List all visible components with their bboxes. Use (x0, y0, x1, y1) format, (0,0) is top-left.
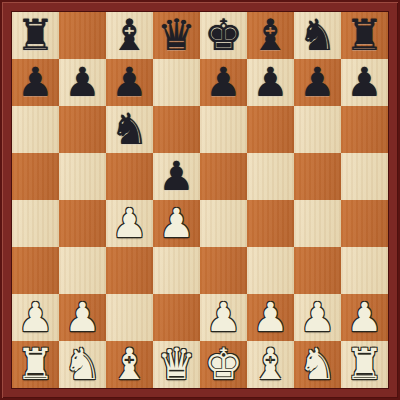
square-f3[interactable] (247, 247, 294, 294)
black-pawn-piece[interactable]: ♟ (206, 59, 242, 106)
square-c1[interactable]: ♝ (106, 341, 153, 388)
white-king-piece[interactable]: ♚ (204, 341, 243, 388)
square-b3[interactable] (59, 247, 106, 294)
black-knight-piece[interactable]: ♞ (110, 106, 149, 153)
white-rook-piece[interactable]: ♜ (345, 341, 384, 388)
square-e6[interactable] (200, 106, 247, 153)
square-c8[interactable]: ♝ (106, 12, 153, 59)
square-b2[interactable]: ♟ (59, 294, 106, 341)
black-king-piece[interactable]: ♚ (204, 12, 243, 59)
square-b1[interactable]: ♞ (59, 341, 106, 388)
black-rook-piece[interactable]: ♜ (16, 12, 55, 59)
white-knight-piece[interactable]: ♞ (298, 341, 337, 388)
chess-board: ♜♝♛♚♝♞♜♟♟♟♟♟♟♟♞♟♟♟♟♟♟♟♟♟♜♞♝♛♚♝♞♜ (12, 12, 388, 388)
square-g8[interactable]: ♞ (294, 12, 341, 59)
square-d6[interactable] (153, 106, 200, 153)
square-a5[interactable] (12, 153, 59, 200)
black-pawn-piece[interactable]: ♟ (112, 59, 148, 106)
white-pawn-piece[interactable]: ♟ (159, 200, 195, 247)
square-c3[interactable] (106, 247, 153, 294)
square-g7[interactable]: ♟ (294, 59, 341, 106)
square-b7[interactable]: ♟ (59, 59, 106, 106)
black-bishop-piece[interactable]: ♝ (110, 12, 149, 59)
square-h7[interactable]: ♟ (341, 59, 388, 106)
square-a6[interactable] (12, 106, 59, 153)
square-g3[interactable] (294, 247, 341, 294)
square-c6[interactable]: ♞ (106, 106, 153, 153)
black-pawn-piece[interactable]: ♟ (253, 59, 289, 106)
square-b6[interactable] (59, 106, 106, 153)
white-queen-piece[interactable]: ♛ (157, 341, 196, 388)
square-e3[interactable] (200, 247, 247, 294)
square-c4[interactable]: ♟ (106, 200, 153, 247)
square-f7[interactable]: ♟ (247, 59, 294, 106)
square-e4[interactable] (200, 200, 247, 247)
square-g5[interactable] (294, 153, 341, 200)
square-b5[interactable] (59, 153, 106, 200)
square-a1[interactable]: ♜ (12, 341, 59, 388)
black-queen-piece[interactable]: ♛ (157, 12, 196, 59)
square-e7[interactable]: ♟ (200, 59, 247, 106)
square-e5[interactable] (200, 153, 247, 200)
white-bishop-piece[interactable]: ♝ (251, 341, 290, 388)
square-f4[interactable] (247, 200, 294, 247)
square-f1[interactable]: ♝ (247, 341, 294, 388)
black-rook-piece[interactable]: ♜ (345, 12, 384, 59)
board-frame: ♜♝♛♚♝♞♜♟♟♟♟♟♟♟♞♟♟♟♟♟♟♟♟♟♜♞♝♛♚♝♞♜ (0, 0, 400, 400)
square-e8[interactable]: ♚ (200, 12, 247, 59)
square-d7[interactable] (153, 59, 200, 106)
square-g2[interactable]: ♟ (294, 294, 341, 341)
square-a4[interactable] (12, 200, 59, 247)
square-h2[interactable]: ♟ (341, 294, 388, 341)
square-e2[interactable]: ♟ (200, 294, 247, 341)
white-pawn-piece[interactable]: ♟ (65, 294, 101, 341)
white-knight-piece[interactable]: ♞ (63, 341, 102, 388)
square-a7[interactable]: ♟ (12, 59, 59, 106)
square-f5[interactable] (247, 153, 294, 200)
square-g6[interactable] (294, 106, 341, 153)
black-pawn-piece[interactable]: ♟ (159, 153, 195, 200)
white-pawn-piece[interactable]: ♟ (112, 200, 148, 247)
black-knight-piece[interactable]: ♞ (298, 12, 337, 59)
square-c5[interactable] (106, 153, 153, 200)
white-pawn-piece[interactable]: ♟ (300, 294, 336, 341)
square-h1[interactable]: ♜ (341, 341, 388, 388)
black-pawn-piece[interactable]: ♟ (300, 59, 336, 106)
white-pawn-piece[interactable]: ♟ (206, 294, 242, 341)
white-pawn-piece[interactable]: ♟ (253, 294, 289, 341)
square-f6[interactable] (247, 106, 294, 153)
square-h5[interactable] (341, 153, 388, 200)
square-h4[interactable] (341, 200, 388, 247)
white-pawn-piece[interactable]: ♟ (18, 294, 54, 341)
square-h6[interactable] (341, 106, 388, 153)
square-e1[interactable]: ♚ (200, 341, 247, 388)
square-b4[interactable] (59, 200, 106, 247)
square-g1[interactable]: ♞ (294, 341, 341, 388)
square-d2[interactable] (153, 294, 200, 341)
square-d8[interactable]: ♛ (153, 12, 200, 59)
square-g4[interactable] (294, 200, 341, 247)
square-h8[interactable]: ♜ (341, 12, 388, 59)
square-d1[interactable]: ♛ (153, 341, 200, 388)
square-d5[interactable]: ♟ (153, 153, 200, 200)
black-pawn-piece[interactable]: ♟ (65, 59, 101, 106)
square-d3[interactable] (153, 247, 200, 294)
square-a3[interactable] (12, 247, 59, 294)
square-f2[interactable]: ♟ (247, 294, 294, 341)
square-c2[interactable] (106, 294, 153, 341)
white-rook-piece[interactable]: ♜ (16, 341, 55, 388)
white-pawn-piece[interactable]: ♟ (347, 294, 383, 341)
square-d4[interactable]: ♟ (153, 200, 200, 247)
black-pawn-piece[interactable]: ♟ (18, 59, 54, 106)
square-a2[interactable]: ♟ (12, 294, 59, 341)
square-b8[interactable] (59, 12, 106, 59)
black-pawn-piece[interactable]: ♟ (347, 59, 383, 106)
white-bishop-piece[interactable]: ♝ (110, 341, 149, 388)
black-bishop-piece[interactable]: ♝ (251, 12, 290, 59)
square-a8[interactable]: ♜ (12, 12, 59, 59)
square-f8[interactable]: ♝ (247, 12, 294, 59)
square-c7[interactable]: ♟ (106, 59, 153, 106)
square-h3[interactable] (341, 247, 388, 294)
